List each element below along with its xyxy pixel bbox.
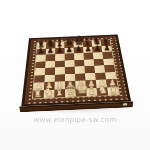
- square-c1: ♝: [54, 89, 65, 98]
- product-photo: ♜♞♝♛♚♝♞♜♟♟♟♟♟♟♟♟♟♟♟♟♟♟♟♟♜♞♝♛♚♝♞♜ www.ele…: [0, 0, 150, 150]
- piece-black-rook: ♜: [101, 37, 111, 46]
- piece-black-pawn: ♟: [102, 44, 112, 52]
- piece-black-pawn: ♟: [36, 47, 46, 55]
- piece-black-rook: ♜: [36, 40, 46, 49]
- board-frame: ♜♞♝♛♚♝♞♜♟♟♟♟♟♟♟♟♟♟♟♟♟♟♟♟♜♞♝♛♚♝♞♜: [21, 34, 131, 106]
- square-a3: [34, 75, 45, 83]
- piece-white-rook: ♜: [32, 88, 43, 99]
- piece-white-pawn: ♟: [96, 79, 107, 88]
- square-a1: ♜: [33, 90, 44, 99]
- square-h1: ♜: [107, 87, 119, 95]
- square-e3: [75, 73, 86, 81]
- piece-black-knight: ♞: [46, 38, 56, 48]
- scene: ♜♞♝♛♚♝♞♜♟♟♟♟♟♟♟♟♟♟♟♟♟♟♟♟♜♞♝♛♚♝♞♜: [0, 0, 150, 150]
- piece-black-bishop: ♝: [55, 38, 65, 48]
- piece-black-queen: ♛: [64, 36, 74, 48]
- square-g2: ♟: [96, 80, 107, 88]
- square-d1: ♛: [65, 89, 76, 98]
- piece-white-pawn: ♟: [33, 81, 44, 90]
- perspective-wrapper: ♜♞♝♛♚♝♞♜♟♟♟♟♟♟♟♟♟♟♟♟♟♟♟♟♜♞♝♛♚♝♞♜: [0, 0, 150, 150]
- board-grid: ♜♞♝♛♚♝♞♜♟♟♟♟♟♟♟♟♟♟♟♟♟♟♟♟♜♞♝♛♚♝♞♜: [32, 39, 120, 99]
- watermark: www.elenpipe-sw.com: [33, 116, 116, 124]
- piece-white-rook: ♜: [108, 84, 119, 95]
- chess-board: ♜♞♝♛♚♝♞♜♟♟♟♟♟♟♟♟♟♟♟♟♟♟♟♟♜♞♝♛♚♝♞♜: [21, 34, 131, 106]
- piece-white-pawn: ♟: [86, 79, 97, 88]
- piece-black-pawn: ♟: [45, 47, 55, 55]
- piece-white-pawn: ♟: [107, 78, 118, 87]
- piece-black-pawn: ♟: [64, 46, 74, 54]
- square-b1: ♞: [44, 89, 55, 98]
- square-h3: [105, 72, 116, 80]
- clasp-icon: [123, 103, 127, 105]
- square-h2: ♟: [106, 79, 118, 87]
- square-e1: ♚: [76, 88, 87, 96]
